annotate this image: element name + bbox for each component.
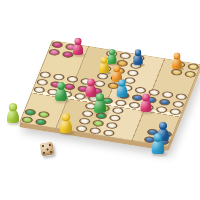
wooden-die[interactable]: [40, 142, 55, 157]
track-circle: [108, 114, 123, 123]
track-circle: [168, 108, 183, 117]
track-circle: [38, 71, 53, 80]
home-blue-circle: [145, 128, 160, 137]
track-circle: [74, 124, 89, 133]
pawn-lime-12[interactable]: [6, 103, 19, 123]
pawn-head: [173, 53, 180, 60]
home-pink-circle: [50, 41, 65, 50]
home-blue-circle: [142, 135, 157, 144]
home-green-circle: [37, 110, 52, 119]
track-circle: [132, 54, 147, 63]
die-pip: [49, 144, 51, 146]
home-green-circle: [34, 118, 49, 127]
track-circle: [114, 99, 129, 108]
photo-canvas: [0, 0, 200, 200]
track-circle: [129, 61, 144, 70]
goal-green-circle: [91, 119, 106, 128]
track-circle: [73, 92, 88, 101]
home-yellow-circle: [169, 68, 184, 77]
track-circle: [127, 101, 142, 110]
track-circle: [65, 75, 80, 84]
track-circle: [79, 77, 94, 86]
goal-green-circle: [97, 104, 112, 113]
pawn-head: [9, 103, 18, 112]
home-blue-circle: [159, 130, 174, 139]
goal-pink-circle: [49, 80, 64, 89]
goal-blue-circle: [130, 93, 145, 102]
die-pip: [42, 145, 44, 147]
track-circle: [77, 117, 92, 126]
die-pip: [43, 152, 45, 154]
track-circle: [123, 76, 138, 85]
track-circle: [86, 94, 101, 103]
track-circle: [120, 84, 135, 93]
goal-green-circle: [94, 112, 109, 121]
track-circle: [59, 90, 74, 99]
track-circle: [102, 129, 117, 138]
track-circle: [92, 79, 107, 88]
die-pip: [50, 151, 52, 153]
goal-pink-circle: [89, 87, 104, 96]
goal-blue-circle: [117, 91, 132, 100]
track-circle: [141, 103, 156, 112]
track-circle: [46, 88, 61, 97]
goal-orange-circle: [106, 82, 121, 91]
goal-blue-circle: [157, 98, 172, 107]
home-yellow-circle: [186, 63, 200, 72]
track-circle: [171, 100, 186, 109]
goal-pink-circle: [62, 82, 77, 91]
home-blue-circle: [156, 138, 171, 147]
track-circle: [126, 69, 141, 78]
goal-blue-circle: [144, 96, 159, 105]
track-circle: [95, 72, 110, 81]
track-circle: [88, 127, 103, 136]
track-circle: [104, 49, 119, 58]
track-circle: [32, 86, 47, 95]
track-circle: [160, 90, 175, 99]
track-circle: [111, 106, 126, 115]
track-circle: [174, 93, 189, 102]
pawn-shadow: [152, 152, 167, 157]
track-circle: [80, 109, 95, 118]
goal-orange-circle: [112, 67, 127, 76]
home-green-circle: [20, 116, 35, 125]
track-circle: [101, 57, 116, 66]
track-circle: [147, 88, 162, 97]
pawn-body: [7, 110, 19, 123]
track-circle: [133, 86, 148, 95]
home-pink-circle: [64, 43, 79, 52]
home-green-circle: [23, 108, 38, 117]
track-circle: [154, 105, 169, 114]
track-circle: [35, 78, 50, 87]
track-circle: [52, 73, 67, 82]
goal-orange-circle: [115, 59, 130, 68]
track-circle: [105, 121, 120, 130]
home-yellow-circle: [172, 60, 187, 69]
home-pink-circle: [47, 48, 62, 57]
home-yellow-circle: [183, 70, 198, 79]
home-pink-circle: [61, 50, 76, 59]
track-circle: [118, 52, 133, 61]
die-pip: [46, 148, 48, 150]
goal-green-circle: [100, 97, 115, 106]
goal-orange-circle: [109, 74, 124, 83]
track-circle: [83, 102, 98, 111]
track-circle: [98, 64, 113, 73]
goal-pink-circle: [76, 85, 91, 94]
